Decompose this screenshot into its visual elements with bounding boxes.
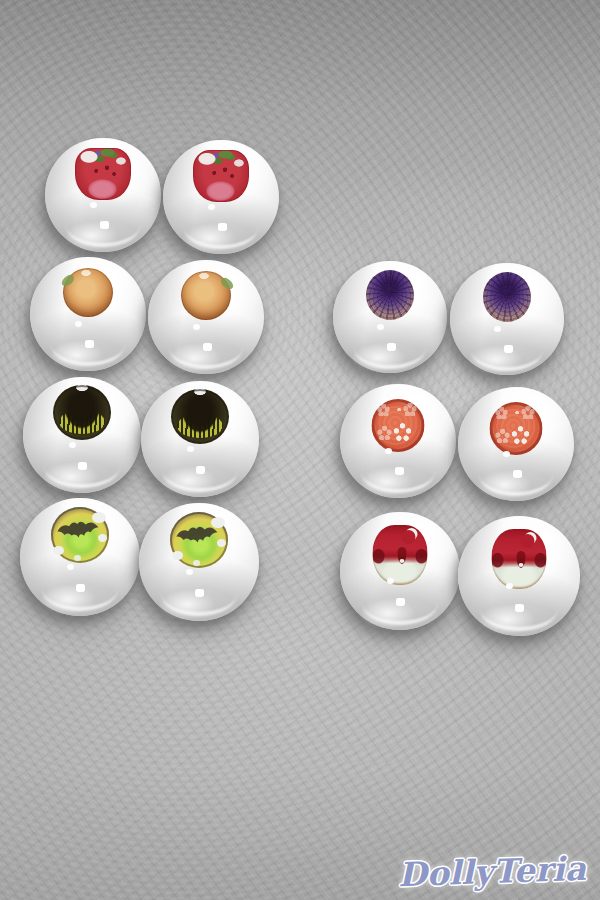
specular-highlight [377, 324, 384, 330]
bottom-glow-highlight [167, 343, 223, 373]
watermark-logo: DollyTeria [398, 852, 587, 892]
iris-purple-firework-design [483, 272, 531, 322]
white-dot [98, 534, 107, 542]
bottom-glow-highlight [359, 598, 417, 629]
yellow-green-band [59, 410, 105, 434]
specular-highlight [90, 202, 97, 208]
bottom-glow-highlight [49, 340, 105, 370]
sakura-flower [378, 426, 392, 440]
iris-purple-firework-design [366, 270, 414, 320]
iris-olive-design [171, 389, 229, 444]
iris-crescent-moon-design [492, 529, 547, 589]
doll-eye-olive-right [141, 381, 259, 497]
doll-eye-purple-left [333, 261, 447, 373]
pupil-drop [397, 547, 406, 564]
pupil-drop [516, 551, 525, 568]
yellow-green-band [177, 414, 223, 438]
iris-strawberry-design [75, 148, 131, 200]
doll-eye-strawberry-left [45, 138, 161, 252]
bottom-glow-highlight [42, 462, 99, 492]
specular-highlight [186, 569, 193, 575]
specular-highlight [187, 446, 194, 452]
white-dot [53, 546, 64, 555]
white-dot [193, 560, 200, 566]
specular-highlight [503, 451, 510, 457]
doll-eye-apricot-left [30, 257, 146, 371]
sakura-flower [521, 406, 534, 419]
photo-backdrop: DollyTeria [0, 0, 600, 900]
bottom-glow-highlight [158, 589, 216, 620]
sakura-flower [403, 403, 416, 416]
doll-eye-bat-right [139, 503, 259, 621]
iris-sakura-design [490, 402, 543, 455]
iris-apricot-design [63, 268, 113, 317]
white-dot [172, 551, 183, 560]
white-dot [211, 517, 225, 528]
iris-bat-design [170, 512, 228, 568]
doll-eye-bat-left [20, 498, 140, 616]
iris-crescent-moon-design [373, 525, 428, 585]
leaf-mark [218, 276, 235, 291]
sakura-flower [496, 429, 510, 443]
bottom-glow-highlight [468, 345, 523, 374]
bottom-glow-highlight [64, 221, 120, 251]
doll-eye-purple-right [450, 263, 564, 375]
bottom-glow-highlight [477, 470, 533, 500]
doll-eye-moon-right [458, 516, 580, 636]
doll-eyes-scene [0, 0, 600, 900]
bottom-glow-highlight [359, 467, 415, 497]
leaf-mark [59, 273, 76, 288]
iris-olive-design [53, 385, 111, 440]
specular-highlight [69, 442, 76, 448]
doll-eye-apricot-right [148, 260, 264, 374]
doll-eye-sakura-right [458, 387, 574, 501]
specular-highlight [75, 321, 82, 327]
specular-highlight [208, 204, 215, 210]
crescent-moon-icon [520, 534, 534, 548]
sakura-flower [378, 404, 390, 416]
bottom-glow-highlight [182, 223, 238, 253]
specular-highlight [506, 583, 513, 589]
bottom-glow-highlight [39, 584, 97, 615]
sakura-flower [512, 426, 530, 444]
doll-eye-strawberry-right [163, 140, 279, 254]
bottom-glow-highlight [160, 466, 217, 496]
specular-highlight [494, 326, 501, 332]
white-dot [92, 512, 106, 523]
specular-highlight [67, 564, 74, 570]
doll-eye-moon-left [340, 512, 460, 630]
crescent-moon-icon [401, 530, 415, 544]
iris-apricot-design [181, 271, 231, 320]
sakura-flower [496, 407, 508, 419]
specular-highlight [193, 324, 200, 330]
white-dot [217, 539, 226, 547]
iris-sakura-design [372, 399, 425, 452]
specular-highlight [387, 578, 394, 584]
doll-eye-olive-left [23, 377, 141, 493]
doll-eye-sakura-left [340, 384, 456, 498]
white-dot [74, 555, 81, 561]
bottom-glow-highlight [351, 343, 406, 372]
sakura-flower [394, 423, 412, 441]
specular-highlight [385, 448, 392, 454]
bottom-glow-highlight [478, 604, 537, 635]
iris-bat-design [51, 507, 109, 563]
iris-strawberry-design [193, 150, 249, 202]
